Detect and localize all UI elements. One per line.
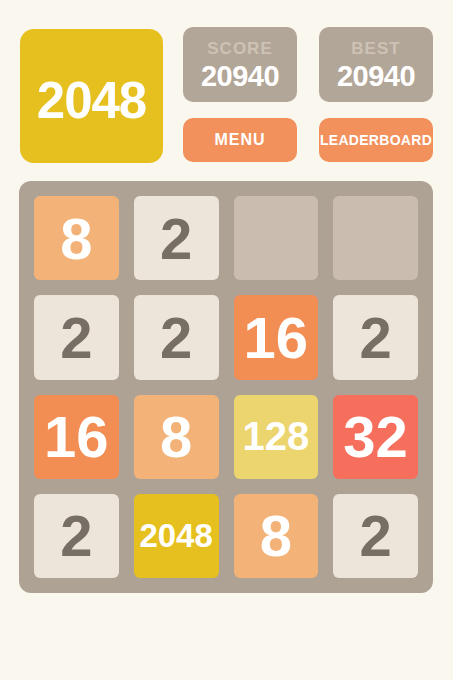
tile-8: 8 bbox=[134, 395, 219, 479]
tile-2: 2 bbox=[333, 494, 418, 578]
tile-2: 2 bbox=[34, 494, 119, 578]
menu-button[interactable]: MENU bbox=[183, 118, 297, 162]
leaderboard-button[interactable]: LEADERBOARD bbox=[319, 118, 433, 162]
empty-cell bbox=[333, 196, 418, 280]
tile-128: 128 bbox=[234, 395, 319, 479]
tile-2: 2 bbox=[134, 196, 219, 280]
game-screen: 2048 SCORE 20940 BEST 20940 MENU LEADERB… bbox=[0, 0, 453, 680]
best-box: BEST 20940 bbox=[319, 27, 433, 102]
score-box: SCORE 20940 bbox=[183, 27, 297, 102]
logo-2048-tile: 2048 bbox=[20, 29, 163, 163]
tile-2: 2 bbox=[34, 295, 119, 379]
tile-16: 16 bbox=[234, 295, 319, 379]
board-grid[interactable]: 8222162168128322204882 bbox=[19, 181, 433, 593]
tile-32: 32 bbox=[333, 395, 418, 479]
empty-cell bbox=[234, 196, 319, 280]
tile-16: 16 bbox=[34, 395, 119, 479]
best-value: 20940 bbox=[337, 60, 415, 93]
tile-2: 2 bbox=[333, 295, 418, 379]
tile-8: 8 bbox=[34, 196, 119, 280]
tile-2048: 2048 bbox=[134, 494, 219, 578]
tile-8: 8 bbox=[234, 494, 319, 578]
score-label: SCORE bbox=[207, 39, 272, 59]
score-value: 20940 bbox=[201, 60, 279, 93]
tile-2: 2 bbox=[134, 295, 219, 379]
best-label: BEST bbox=[351, 39, 400, 59]
